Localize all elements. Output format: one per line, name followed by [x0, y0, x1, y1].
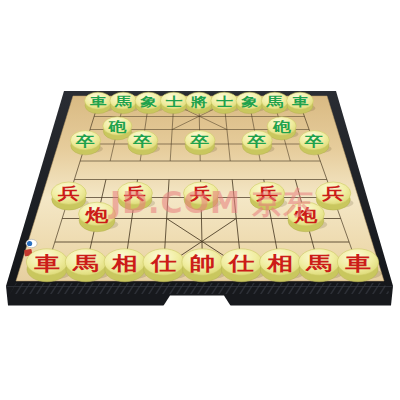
- piece-red-E: 相: [104, 249, 145, 282]
- svg-text:砲: 砲: [107, 119, 126, 135]
- piece-black-a: 士: [211, 92, 238, 113]
- svg-text:馬: 馬: [114, 94, 132, 108]
- svg-text:相: 相: [111, 252, 138, 274]
- svg-text:炮: 炮: [293, 205, 318, 225]
- svg-text:士: 士: [216, 94, 233, 108]
- svg-text:相: 相: [266, 252, 293, 274]
- svg-text:象: 象: [140, 94, 157, 108]
- svg-text:仕: 仕: [227, 252, 254, 274]
- piece-black-a: 士: [160, 92, 187, 113]
- svg-text:車: 車: [344, 252, 371, 274]
- product-photo: 車馬象士將士象馬車砲砲卒卒卒卒卒兵兵兵兵兵炮炮車馬相仕帥仕相馬車 JD.COM …: [0, 0, 400, 400]
- svg-text:馬: 馬: [265, 94, 283, 108]
- svg-text:帥: 帥: [190, 252, 216, 274]
- svg-text:兵: 兵: [321, 184, 344, 203]
- piece-black-r: 車: [287, 92, 314, 113]
- piece-red-C: 炮: [287, 202, 324, 232]
- piece-red-P: 兵: [250, 182, 285, 210]
- piece-black-h: 馬: [110, 92, 137, 113]
- xiangqi-board: 車馬象士將士象馬車砲砲卒卒卒卒卒兵兵兵兵兵炮炮車馬相仕帥仕相馬車: [0, 0, 400, 400]
- svg-text:車: 車: [292, 94, 309, 108]
- svg-text:卒: 卒: [133, 133, 152, 149]
- svg-text:車: 車: [33, 252, 60, 274]
- piece-red-R: 車: [26, 249, 67, 282]
- svg-text:砲: 砲: [271, 119, 290, 135]
- svg-text:卒: 卒: [190, 133, 209, 149]
- svg-text:炮: 炮: [84, 205, 109, 225]
- svg-text:車: 車: [90, 94, 107, 108]
- svg-text:兵: 兵: [123, 184, 146, 203]
- piece-red-E: 相: [260, 249, 301, 282]
- piece-red-P: 兵: [183, 182, 218, 210]
- svg-text:馬: 馬: [72, 252, 99, 274]
- piece-black-p: 卒: [185, 131, 215, 155]
- svg-text:卒: 卒: [305, 133, 324, 149]
- case-handle-notch: [163, 296, 231, 307]
- piece-black-p: 卒: [128, 131, 158, 155]
- piece-black-e: 象: [236, 92, 263, 113]
- svg-text:兵: 兵: [255, 184, 278, 203]
- piece-red-C: 炮: [79, 202, 116, 232]
- piece-red-H: 馬: [299, 249, 340, 282]
- svg-text:卒: 卒: [76, 133, 95, 149]
- piece-red-R: 車: [337, 249, 378, 282]
- piece-black-p: 卒: [299, 131, 329, 155]
- piece-black-e: 象: [135, 92, 162, 113]
- svg-text:象: 象: [241, 94, 258, 108]
- svg-text:兵: 兵: [57, 184, 80, 203]
- piece-black-c: 砲: [267, 117, 296, 140]
- svg-text:兵: 兵: [189, 184, 212, 203]
- piece-red-A: 仕: [143, 249, 184, 282]
- piece-black-p: 卒: [242, 131, 272, 155]
- svg-text:卒: 卒: [248, 133, 267, 149]
- piece-red-P: 兵: [316, 182, 351, 210]
- piece-black-r: 車: [85, 92, 112, 113]
- piece-red-H: 馬: [65, 249, 106, 282]
- piece-red-P: 兵: [117, 182, 152, 210]
- svg-text:將: 將: [190, 94, 208, 108]
- piece-red-A: 仕: [221, 249, 262, 282]
- piece-red-P: 兵: [51, 182, 86, 210]
- svg-text:士: 士: [165, 94, 182, 108]
- piece-black-k: 將: [186, 92, 213, 113]
- svg-text:仕: 仕: [150, 252, 177, 274]
- piece-black-h: 馬: [261, 92, 288, 113]
- svg-text:馬: 馬: [305, 252, 332, 274]
- piece-red-K: 帥: [182, 249, 223, 282]
- piece-black-c: 砲: [103, 117, 132, 140]
- piece-black-p: 卒: [70, 131, 100, 155]
